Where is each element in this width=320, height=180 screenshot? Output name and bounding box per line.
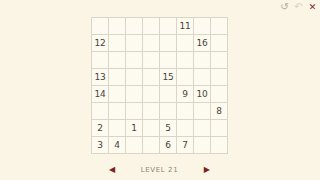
- level-nav: ◀ LEVEL 21 ▶: [91, 162, 228, 177]
- cell-r6c1[interactable]: [92, 103, 108, 119]
- puzzle-board[interactable]: 11121613151491082153467: [91, 17, 228, 154]
- cell-r6c3[interactable]: [126, 103, 142, 119]
- cell-r6c5[interactable]: [160, 103, 176, 119]
- cell-r6c2[interactable]: [109, 103, 125, 119]
- cell-r7c5[interactable]: 5: [160, 120, 176, 136]
- cell-r5c2[interactable]: [109, 86, 125, 102]
- cell-r8c5[interactable]: 6: [160, 137, 176, 153]
- cell-r3c7[interactable]: [194, 52, 210, 68]
- cell-r6c7[interactable]: [194, 103, 210, 119]
- top-controls: ↺ ↶ ✕: [279, 0, 318, 14]
- cell-r7c1[interactable]: 2: [92, 120, 108, 136]
- cell-r6c6[interactable]: [177, 103, 193, 119]
- cell-r3c1[interactable]: [92, 52, 108, 68]
- cell-r1c4[interactable]: [143, 18, 159, 34]
- cell-r3c2[interactable]: [109, 52, 125, 68]
- cell-r4c5[interactable]: 15: [160, 69, 176, 85]
- cell-r2c1[interactable]: 12: [92, 35, 108, 51]
- cell-r3c3[interactable]: [126, 52, 142, 68]
- cell-r7c6[interactable]: [177, 120, 193, 136]
- cell-r2c6[interactable]: [177, 35, 193, 51]
- cell-r2c3[interactable]: [126, 35, 142, 51]
- cell-r8c7[interactable]: [194, 137, 210, 153]
- cell-r5c5[interactable]: [160, 86, 176, 102]
- cell-r1c7[interactable]: [194, 18, 210, 34]
- undo-icon[interactable]: ↶: [293, 1, 304, 13]
- cell-r8c1[interactable]: 3: [92, 137, 108, 153]
- cell-r1c5[interactable]: [160, 18, 176, 34]
- cell-r5c8[interactable]: [211, 86, 227, 102]
- cell-r6c8[interactable]: 8: [211, 103, 227, 119]
- cell-r3c4[interactable]: [143, 52, 159, 68]
- cell-r7c8[interactable]: [211, 120, 227, 136]
- cell-r1c8[interactable]: [211, 18, 227, 34]
- cell-r8c3[interactable]: [126, 137, 142, 153]
- cell-r2c5[interactable]: [160, 35, 176, 51]
- cell-r4c7[interactable]: [194, 69, 210, 85]
- cell-r2c4[interactable]: [143, 35, 159, 51]
- cell-r5c3[interactable]: [126, 86, 142, 102]
- prev-level-button[interactable]: ◀: [109, 166, 115, 174]
- cell-r5c4[interactable]: [143, 86, 159, 102]
- cell-r6c4[interactable]: [143, 103, 159, 119]
- cell-r4c1[interactable]: 13: [92, 69, 108, 85]
- cell-r1c1[interactable]: [92, 18, 108, 34]
- cell-r8c2[interactable]: 4: [109, 137, 125, 153]
- cell-r7c3[interactable]: 1: [126, 120, 142, 136]
- cell-r2c7[interactable]: 16: [194, 35, 210, 51]
- cell-r7c4[interactable]: [143, 120, 159, 136]
- cell-r5c7[interactable]: 10: [194, 86, 210, 102]
- cell-r8c8[interactable]: [211, 137, 227, 153]
- cell-r1c3[interactable]: [126, 18, 142, 34]
- cell-r4c4[interactable]: [143, 69, 159, 85]
- cell-r5c6[interactable]: 9: [177, 86, 193, 102]
- cell-r5c1[interactable]: 14: [92, 86, 108, 102]
- cell-r4c6[interactable]: [177, 69, 193, 85]
- cell-r4c8[interactable]: [211, 69, 227, 85]
- cell-r1c2[interactable]: [109, 18, 125, 34]
- cell-r8c4[interactable]: [143, 137, 159, 153]
- cell-r2c2[interactable]: [109, 35, 125, 51]
- cell-r4c2[interactable]: [109, 69, 125, 85]
- cell-r4c3[interactable]: [126, 69, 142, 85]
- cell-r3c5[interactable]: [160, 52, 176, 68]
- close-icon[interactable]: ✕: [307, 1, 318, 13]
- cell-r3c6[interactable]: [177, 52, 193, 68]
- level-label: LEVEL 21: [141, 166, 178, 174]
- cell-r7c7[interactable]: [194, 120, 210, 136]
- cell-r8c6[interactable]: 7: [177, 137, 193, 153]
- cell-r7c2[interactable]: [109, 120, 125, 136]
- cell-r3c8[interactable]: [211, 52, 227, 68]
- cell-r1c6[interactable]: 11: [177, 18, 193, 34]
- cell-r2c8[interactable]: [211, 35, 227, 51]
- restart-icon[interactable]: ↺: [279, 1, 290, 13]
- next-level-button[interactable]: ▶: [204, 166, 210, 174]
